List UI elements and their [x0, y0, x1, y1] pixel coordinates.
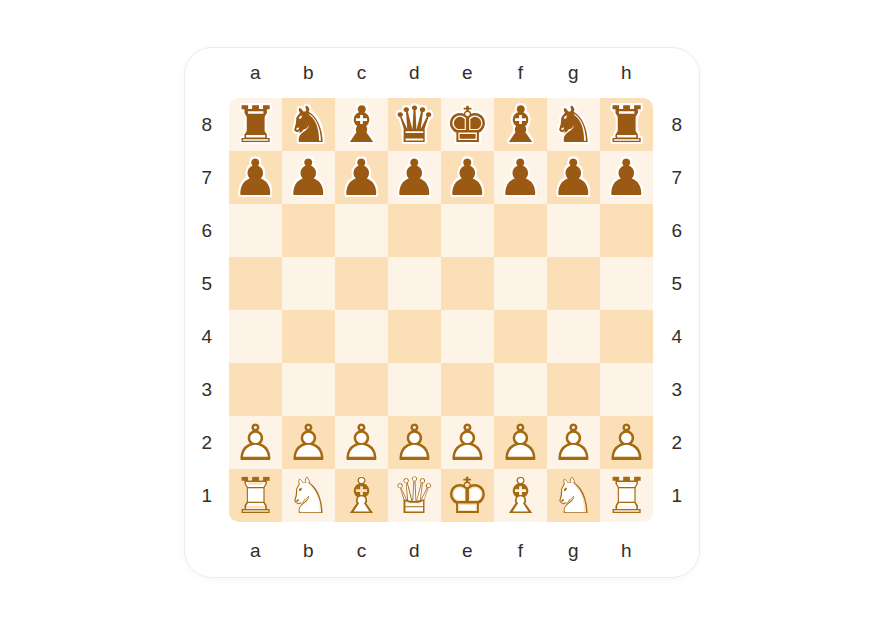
- square-e6[interactable]: [441, 204, 494, 257]
- square-e2[interactable]: ♟♙: [441, 416, 494, 469]
- black-pawn-b7-icon[interactable]: ♟: [282, 151, 335, 204]
- rank-label-4: 4: [672, 326, 683, 348]
- black-pawn-g7-icon[interactable]: ♟: [547, 151, 600, 204]
- square-f4[interactable]: [494, 310, 547, 363]
- white-king-e1-icon[interactable]: ♚♔: [441, 469, 494, 522]
- square-f2[interactable]: ♟♙: [494, 416, 547, 469]
- square-b3[interactable]: [282, 363, 335, 416]
- square-d6[interactable]: [388, 204, 441, 257]
- white-pawn-h2-icon[interactable]: ♟♙: [600, 416, 653, 469]
- square-c7[interactable]: ♟: [335, 151, 388, 204]
- white-piece-outline: ♙: [494, 416, 547, 469]
- square-h7[interactable]: ♟: [600, 151, 653, 204]
- square-g1[interactable]: ♞♘: [547, 469, 600, 522]
- square-f3[interactable]: [494, 363, 547, 416]
- file-label-d: d: [409, 540, 420, 562]
- square-d4[interactable]: [388, 310, 441, 363]
- square-g2[interactable]: ♟♙: [547, 416, 600, 469]
- white-piece-outline: ♔: [441, 469, 494, 522]
- file-label-h: h: [621, 62, 632, 84]
- board: ♜♞♝♛♚♝♞♜♟♟♟♟♟♟♟♟♟♙♟♙♟♙♟♙♟♙♟♙♟♙♟♙♜♖♞♘♝♗♛♕…: [229, 98, 653, 522]
- square-b1[interactable]: ♞♘: [282, 469, 335, 522]
- file-label-a: a: [250, 62, 261, 84]
- square-c1[interactable]: ♝♗: [335, 469, 388, 522]
- rank-label-6: 6: [202, 220, 213, 242]
- white-rook-a1-icon[interactable]: ♜♖: [229, 469, 282, 522]
- rank-label-5: 5: [202, 273, 213, 295]
- file-labels-top: abcdefgh: [229, 48, 653, 98]
- white-pawn-g2-icon[interactable]: ♟♙: [547, 416, 600, 469]
- square-c5[interactable]: [335, 257, 388, 310]
- file-label-g: g: [568, 62, 579, 84]
- square-f8[interactable]: ♝: [494, 98, 547, 151]
- black-pawn-h7-icon[interactable]: ♟: [600, 151, 653, 204]
- rank-labels-left: 87654321: [185, 98, 229, 522]
- white-piece-outline: ♘: [547, 469, 600, 522]
- rank-label-7: 7: [202, 167, 213, 189]
- black-pawn-e7-icon[interactable]: ♟: [441, 151, 494, 204]
- rank-label-1: 1: [202, 485, 213, 507]
- black-pawn-f7-icon[interactable]: ♟: [494, 151, 547, 204]
- white-piece-outline: ♘: [282, 469, 335, 522]
- square-c4[interactable]: [335, 310, 388, 363]
- white-piece-outline: ♖: [600, 469, 653, 522]
- square-f1[interactable]: ♝♗: [494, 469, 547, 522]
- file-label-f: f: [518, 62, 523, 84]
- square-b6[interactable]: [282, 204, 335, 257]
- square-e7[interactable]: ♟: [441, 151, 494, 204]
- rank-label-4: 4: [202, 326, 213, 348]
- square-e4[interactable]: [441, 310, 494, 363]
- square-d2[interactable]: ♟♙: [388, 416, 441, 469]
- white-rook-h1-icon[interactable]: ♜♖: [600, 469, 653, 522]
- board-card: abcdefgh abcdefgh 87654321 87654321 ♜♞♝♛…: [184, 47, 700, 578]
- square-g8[interactable]: ♞: [547, 98, 600, 151]
- square-h2[interactable]: ♟♙: [600, 416, 653, 469]
- white-piece-outline: ♗: [335, 469, 388, 522]
- square-h3[interactable]: [600, 363, 653, 416]
- file-label-e: e: [462, 62, 473, 84]
- white-piece-outline: ♙: [600, 416, 653, 469]
- white-piece-outline: ♙: [335, 416, 388, 469]
- white-piece-outline: ♙: [229, 416, 282, 469]
- square-g7[interactable]: ♟: [547, 151, 600, 204]
- black-rook-a8-icon[interactable]: ♜: [229, 98, 282, 151]
- file-label-f: f: [518, 540, 523, 562]
- white-pawn-f2-icon[interactable]: ♟♙: [494, 416, 547, 469]
- file-labels-bottom: abcdefgh: [229, 522, 653, 579]
- square-e8[interactable]: ♚: [441, 98, 494, 151]
- white-bishop-c1-icon[interactable]: ♝♗: [335, 469, 388, 522]
- square-h5[interactable]: [600, 257, 653, 310]
- rank-label-2: 2: [672, 432, 683, 454]
- square-d5[interactable]: [388, 257, 441, 310]
- rank-label-8: 8: [672, 114, 683, 136]
- square-g6[interactable]: [547, 204, 600, 257]
- square-g4[interactable]: [547, 310, 600, 363]
- white-pawn-b2-icon[interactable]: ♟♙: [282, 416, 335, 469]
- square-a8[interactable]: ♜: [229, 98, 282, 151]
- square-a4[interactable]: [229, 310, 282, 363]
- rank-label-3: 3: [672, 379, 683, 401]
- square-h4[interactable]: [600, 310, 653, 363]
- black-queen-d8-icon[interactable]: ♛: [388, 98, 441, 151]
- rank-labels-right: 87654321: [653, 98, 701, 522]
- file-label-b: b: [303, 540, 314, 562]
- square-e5[interactable]: [441, 257, 494, 310]
- square-d3[interactable]: [388, 363, 441, 416]
- square-h8[interactable]: ♜: [600, 98, 653, 151]
- rank-label-6: 6: [672, 220, 683, 242]
- square-c2[interactable]: ♟♙: [335, 416, 388, 469]
- white-pawn-c2-icon[interactable]: ♟♙: [335, 416, 388, 469]
- rank-label-3: 3: [202, 379, 213, 401]
- black-bishop-c8-icon[interactable]: ♝: [335, 98, 388, 151]
- white-piece-outline: ♖: [229, 469, 282, 522]
- square-c8[interactable]: ♝: [335, 98, 388, 151]
- white-knight-g1-icon[interactable]: ♞♘: [547, 469, 600, 522]
- black-knight-g8-icon[interactable]: ♞: [547, 98, 600, 151]
- square-f7[interactable]: ♟: [494, 151, 547, 204]
- file-label-c: c: [357, 62, 367, 84]
- white-pawn-a2-icon[interactable]: ♟♙: [229, 416, 282, 469]
- file-label-a: a: [250, 540, 261, 562]
- rank-label-1: 1: [672, 485, 683, 507]
- square-e3[interactable]: [441, 363, 494, 416]
- square-b8[interactable]: ♞: [282, 98, 335, 151]
- square-b4[interactable]: [282, 310, 335, 363]
- square-b2[interactable]: ♟♙: [282, 416, 335, 469]
- file-label-e: e: [462, 540, 473, 562]
- white-knight-b1-icon[interactable]: ♞♘: [282, 469, 335, 522]
- white-pawn-d2-icon[interactable]: ♟♙: [388, 416, 441, 469]
- square-h1[interactable]: ♜♖: [600, 469, 653, 522]
- square-a1[interactable]: ♜♖: [229, 469, 282, 522]
- square-b7[interactable]: ♟: [282, 151, 335, 204]
- black-pawn-c7-icon[interactable]: ♟: [335, 151, 388, 204]
- square-a5[interactable]: [229, 257, 282, 310]
- square-d7[interactable]: ♟: [388, 151, 441, 204]
- square-g3[interactable]: [547, 363, 600, 416]
- black-rook-h8-icon[interactable]: ♜: [600, 98, 653, 151]
- white-pawn-e2-icon[interactable]: ♟♙: [441, 416, 494, 469]
- white-piece-outline: ♙: [282, 416, 335, 469]
- file-label-h: h: [621, 540, 632, 562]
- square-e1[interactable]: ♚♔: [441, 469, 494, 522]
- square-h6[interactable]: [600, 204, 653, 257]
- black-pawn-d7-icon[interactable]: ♟: [388, 151, 441, 204]
- white-piece-outline: ♕: [388, 469, 441, 522]
- square-d1[interactable]: ♛♕: [388, 469, 441, 522]
- white-piece-outline: ♗: [494, 469, 547, 522]
- square-f6[interactable]: [494, 204, 547, 257]
- black-bishop-f8-icon[interactable]: ♝: [494, 98, 547, 151]
- white-bishop-f1-icon[interactable]: ♝♗: [494, 469, 547, 522]
- square-g5[interactable]: [547, 257, 600, 310]
- square-f5[interactable]: [494, 257, 547, 310]
- file-label-b: b: [303, 62, 314, 84]
- rank-label-5: 5: [672, 273, 683, 295]
- square-c6[interactable]: [335, 204, 388, 257]
- white-piece-outline: ♙: [441, 416, 494, 469]
- rank-label-2: 2: [202, 432, 213, 454]
- file-label-d: d: [409, 62, 420, 84]
- black-pawn-a7-icon[interactable]: ♟: [229, 151, 282, 204]
- white-piece-outline: ♙: [388, 416, 441, 469]
- rank-label-7: 7: [672, 167, 683, 189]
- page: { "game": "chess", "position": { "fen": …: [0, 0, 880, 630]
- black-knight-b8-icon[interactable]: ♞: [282, 98, 335, 151]
- white-piece-outline: ♙: [547, 416, 600, 469]
- file-label-c: c: [357, 540, 367, 562]
- square-b5[interactable]: [282, 257, 335, 310]
- square-c3[interactable]: [335, 363, 388, 416]
- square-d8[interactable]: ♛: [388, 98, 441, 151]
- square-a7[interactable]: ♟: [229, 151, 282, 204]
- rank-label-8: 8: [202, 114, 213, 136]
- square-a6[interactable]: [229, 204, 282, 257]
- square-a2[interactable]: ♟♙: [229, 416, 282, 469]
- white-queen-d1-icon[interactable]: ♛♕: [388, 469, 441, 522]
- square-a3[interactable]: [229, 363, 282, 416]
- file-label-g: g: [568, 540, 579, 562]
- black-king-e8-icon[interactable]: ♚: [441, 98, 494, 151]
